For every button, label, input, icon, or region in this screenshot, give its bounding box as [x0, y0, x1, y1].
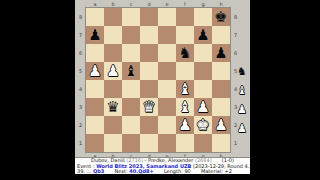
rank-label-2: 2 — [77, 116, 84, 134]
rank-label-1: 1 — [232, 134, 239, 152]
square-a1[interactable] — [86, 134, 104, 152]
board-panel: abcdefgh 87654321 ♚♟♟♞♟♟♟♝♝♛♛♝♟♟♚♟ 87654… — [75, 0, 250, 180]
square-e2[interactable] — [158, 116, 176, 134]
rank-labels-left: 87654321 — [77, 8, 84, 152]
square-b6[interactable] — [104, 44, 122, 62]
file-label-a: a — [86, 1, 104, 7]
piece-bP: ♟ — [88, 26, 101, 44]
square-h8[interactable]: ♚ — [212, 8, 230, 26]
chess-board[interactable]: ♚♟♟♞♟♟♟♝♝♛♛♝♟♟♚♟ — [86, 8, 230, 152]
square-h4[interactable] — [212, 80, 230, 98]
square-b5[interactable]: ♟ — [104, 62, 122, 80]
black-player-elo: (2684) — [195, 158, 212, 163]
event-name-link[interactable]: World Blitz 2023, Samarkand UZB — [96, 164, 191, 169]
event-detail: (2023-12-29, Round 4.3) — [193, 164, 250, 169]
rank-label-4: 4 — [77, 80, 84, 98]
square-b3[interactable]: ♛ — [104, 98, 122, 116]
square-c2[interactable] — [122, 116, 140, 134]
rank-label-8: 8 — [77, 8, 84, 26]
captured-material-tray: ♞♝♟♟ — [237, 60, 250, 136]
square-d6[interactable] — [140, 44, 158, 62]
square-a3[interactable] — [86, 98, 104, 116]
piece-wK: ♚ — [196, 116, 209, 134]
square-d5[interactable] — [140, 62, 158, 80]
square-h6[interactable]: ♟ — [212, 44, 230, 62]
file-label-h: h — [212, 1, 230, 7]
square-f7[interactable] — [176, 26, 194, 44]
piece-bP: ♟ — [214, 44, 227, 62]
square-b2[interactable] — [104, 116, 122, 134]
square-g5[interactable] — [194, 62, 212, 80]
square-a5[interactable]: ♟ — [86, 62, 104, 80]
square-d7[interactable] — [140, 26, 158, 44]
caption-bar: Dubov, Daniil (2716) - Predke, Alexander… — [75, 157, 250, 175]
piece-bP: ♟ — [196, 26, 209, 44]
square-b8[interactable] — [104, 8, 122, 26]
square-d4[interactable] — [140, 80, 158, 98]
piece-wP: ♟ — [237, 122, 247, 135]
square-f3[interactable]: ♝ — [176, 98, 194, 116]
square-e6[interactable] — [158, 44, 176, 62]
game-result: (1-0) — [222, 158, 234, 163]
square-g6[interactable] — [194, 44, 212, 62]
file-labels-top: abcdefgh — [86, 1, 230, 7]
square-g3[interactable]: ♟ — [194, 98, 212, 116]
square-c3[interactable] — [122, 98, 140, 116]
file-label-g: g — [194, 1, 212, 7]
event-label: Event : — [77, 164, 95, 169]
piece-wP: ♟ — [214, 116, 227, 134]
file-label-e: e — [158, 1, 176, 7]
square-c4[interactable] — [122, 80, 140, 98]
square-f2[interactable]: ♟ — [176, 116, 194, 134]
piece-bN: ♞ — [178, 44, 191, 62]
square-g1[interactable] — [194, 134, 212, 152]
rank-label-3: 3 — [77, 98, 84, 116]
piece-wB: ♝ — [237, 84, 247, 97]
square-e1[interactable] — [158, 134, 176, 152]
square-f5[interactable] — [176, 62, 194, 80]
piece-bQ: ♛ — [106, 98, 119, 116]
square-g8[interactable] — [194, 8, 212, 26]
square-b1[interactable] — [104, 134, 122, 152]
square-a8[interactable] — [86, 8, 104, 26]
piece-wQ: ♛ — [142, 98, 155, 116]
square-c7[interactable] — [122, 26, 140, 44]
square-d1[interactable] — [140, 134, 158, 152]
square-d8[interactable] — [140, 8, 158, 26]
square-d2[interactable] — [140, 116, 158, 134]
square-f8[interactable] — [176, 8, 194, 26]
file-label-d: d — [140, 1, 158, 7]
file-label-f: f — [176, 1, 194, 7]
square-a6[interactable] — [86, 44, 104, 62]
square-a2[interactable] — [86, 116, 104, 134]
piece-wP: ♟ — [178, 116, 191, 134]
rank-label-7: 7 — [77, 26, 84, 44]
square-f6[interactable]: ♞ — [176, 44, 194, 62]
white-player-name: Dubov, Daniil — [91, 158, 125, 163]
players-separator: - — [145, 158, 147, 163]
rank-label-6: 6 — [77, 44, 84, 62]
square-a7[interactable]: ♟ — [86, 26, 104, 44]
square-g7[interactable]: ♟ — [194, 26, 212, 44]
square-c6[interactable] — [122, 44, 140, 62]
square-c1[interactable] — [122, 134, 140, 152]
square-e8[interactable] — [158, 8, 176, 26]
square-h2[interactable]: ♟ — [212, 116, 230, 134]
square-b4[interactable] — [104, 80, 122, 98]
file-label-b: b — [104, 1, 122, 7]
square-e7[interactable] — [158, 26, 176, 44]
piece-wP: ♟ — [196, 98, 209, 116]
square-f4[interactable]: ♝ — [176, 80, 194, 98]
rank-label-1: 1 — [77, 134, 84, 152]
rank-label-7: 7 — [232, 26, 239, 44]
white-player-elo: (2716) — [126, 158, 143, 163]
square-f1[interactable] — [176, 134, 194, 152]
piece-wB: ♝ — [178, 98, 191, 116]
rank-label-8: 8 — [232, 8, 239, 26]
square-h1[interactable] — [212, 134, 230, 152]
square-a4[interactable] — [86, 80, 104, 98]
square-e3[interactable] — [158, 98, 176, 116]
square-h7[interactable] — [212, 26, 230, 44]
square-h5[interactable] — [212, 62, 230, 80]
video-frame: abcdefgh 87654321 ♚♟♟♞♟♟♟♝♝♛♛♝♟♟♚♟ 87654… — [0, 0, 320, 180]
piece-wP: ♟ — [88, 62, 101, 80]
square-c5[interactable]: ♝ — [122, 62, 140, 80]
piece-wP: ♟ — [237, 103, 247, 116]
square-g2[interactable]: ♚ — [194, 116, 212, 134]
black-player-name: Predke, Alexander — [148, 158, 193, 163]
letterbox-bottom — [75, 174, 250, 180]
rank-label-5: 5 — [77, 62, 84, 80]
square-b7[interactable] — [104, 26, 122, 44]
piece-bN: ♞ — [237, 65, 247, 78]
square-g4[interactable] — [194, 80, 212, 98]
square-h3[interactable] — [212, 98, 230, 116]
square-d3[interactable]: ♛ — [140, 98, 158, 116]
square-c8[interactable] — [122, 8, 140, 26]
piece-bK: ♚ — [214, 8, 227, 26]
piece-wB: ♝ — [178, 80, 191, 98]
square-e4[interactable] — [158, 80, 176, 98]
square-e5[interactable] — [158, 62, 176, 80]
piece-bB: ♝ — [124, 62, 137, 80]
piece-wP: ♟ — [106, 62, 119, 80]
file-label-c: c — [122, 1, 140, 7]
